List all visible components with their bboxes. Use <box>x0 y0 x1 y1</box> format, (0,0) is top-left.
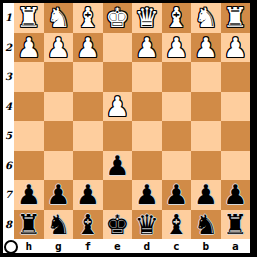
square-h3[interactable] <box>14 62 44 92</box>
square-f7[interactable]: ♟ <box>73 180 103 210</box>
square-g5[interactable] <box>44 121 74 151</box>
square-a5[interactable] <box>221 121 251 151</box>
file-label-e: e <box>103 239 133 253</box>
white-knight[interactable]: ♞ <box>44 3 74 33</box>
file-label-d: d <box>132 239 162 253</box>
square-b8[interactable]: ♞ <box>191 210 221 240</box>
white-rook[interactable]: ♜ <box>221 3 251 33</box>
square-c1[interactable]: ♝ <box>162 3 192 33</box>
square-e5[interactable] <box>103 121 133 151</box>
square-a1[interactable]: ♜ <box>221 3 251 33</box>
black-rook[interactable]: ♜ <box>221 210 251 240</box>
square-d4[interactable] <box>132 92 162 122</box>
white-pawn[interactable]: ♟ <box>221 33 251 63</box>
file-label-a: a <box>221 239 251 253</box>
square-h1[interactable]: ♜ <box>14 3 44 33</box>
black-pawn[interactable]: ♟ <box>103 151 133 181</box>
black-pawn[interactable]: ♟ <box>162 180 192 210</box>
black-pawn[interactable]: ♟ <box>191 180 221 210</box>
square-e3[interactable] <box>103 62 133 92</box>
rank-label-7: 7 <box>3 180 14 210</box>
black-bishop[interactable]: ♝ <box>162 210 192 240</box>
square-g7[interactable]: ♟ <box>44 180 74 210</box>
black-queen[interactable]: ♛ <box>132 210 162 240</box>
square-h5[interactable] <box>14 121 44 151</box>
black-king[interactable]: ♚ <box>103 210 133 240</box>
file-label-h: h <box>14 239 44 253</box>
square-h6[interactable] <box>14 151 44 181</box>
square-e6[interactable]: ♟ <box>103 151 133 181</box>
square-h7[interactable]: ♟ <box>14 180 44 210</box>
white-king[interactable]: ♚ <box>103 3 133 33</box>
square-e8[interactable]: ♚ <box>103 210 133 240</box>
square-b7[interactable]: ♟ <box>191 180 221 210</box>
white-rook[interactable]: ♜ <box>14 3 44 33</box>
black-knight[interactable]: ♞ <box>191 210 221 240</box>
square-f1[interactable]: ♝ <box>73 3 103 33</box>
square-c2[interactable]: ♟ <box>162 33 192 63</box>
square-a6[interactable] <box>221 151 251 181</box>
black-pawn[interactable]: ♟ <box>132 180 162 210</box>
square-c8[interactable]: ♝ <box>162 210 192 240</box>
file-label-c: c <box>162 239 192 253</box>
square-e2[interactable] <box>103 33 133 63</box>
square-g2[interactable]: ♟ <box>44 33 74 63</box>
file-label-f: f <box>73 239 103 253</box>
square-e7[interactable] <box>103 180 133 210</box>
white-queen[interactable]: ♛ <box>132 3 162 33</box>
rank-label-1: 1 <box>3 3 14 33</box>
black-pawn[interactable]: ♟ <box>73 180 103 210</box>
black-pawn[interactable]: ♟ <box>44 180 74 210</box>
rank-label-2: 2 <box>3 33 14 63</box>
square-e4[interactable]: ♟ <box>103 92 133 122</box>
rank-label-8: 8 <box>3 210 14 240</box>
square-c7[interactable]: ♟ <box>162 180 192 210</box>
square-a7[interactable]: ♟ <box>221 180 251 210</box>
square-f3[interactable] <box>73 62 103 92</box>
file-label-b: b <box>191 239 221 253</box>
square-b1[interactable]: ♞ <box>191 3 221 33</box>
square-c3[interactable] <box>162 62 192 92</box>
square-f8[interactable]: ♝ <box>73 210 103 240</box>
square-d2[interactable]: ♟ <box>132 33 162 63</box>
square-f6[interactable] <box>73 151 103 181</box>
square-g4[interactable] <box>44 92 74 122</box>
square-b6[interactable] <box>191 151 221 181</box>
square-c5[interactable] <box>162 121 192 151</box>
white-knight[interactable]: ♞ <box>191 3 221 33</box>
black-pawn[interactable]: ♟ <box>221 180 251 210</box>
square-f4[interactable] <box>73 92 103 122</box>
white-pawn[interactable]: ♟ <box>162 33 192 63</box>
black-bishop[interactable]: ♝ <box>73 210 103 240</box>
square-h2[interactable]: ♟ <box>14 33 44 63</box>
file-labels: hgfedcba <box>14 239 250 253</box>
square-g8[interactable]: ♞ <box>44 210 74 240</box>
square-d5[interactable] <box>132 121 162 151</box>
square-h4[interactable] <box>14 92 44 122</box>
white-bishop[interactable]: ♝ <box>162 3 192 33</box>
square-d6[interactable] <box>132 151 162 181</box>
square-g6[interactable] <box>44 151 74 181</box>
board-area: 12345678 ♜♞♝♚♛♝♞♜♟♟♟♟♟♟♟♟♟♟♟♟♟♟♟♟♜♞♝♚♛♝♞… <box>3 3 250 253</box>
white-pawn[interactable]: ♟ <box>103 92 133 122</box>
file-label-g: g <box>44 239 74 253</box>
black-knight[interactable]: ♞ <box>44 210 74 240</box>
rank-labels: 12345678 <box>3 3 14 239</box>
square-d7[interactable]: ♟ <box>132 180 162 210</box>
white-bishop[interactable]: ♝ <box>73 3 103 33</box>
square-a2[interactable]: ♟ <box>221 33 251 63</box>
white-pawn[interactable]: ♟ <box>191 33 221 63</box>
square-d1[interactable]: ♛ <box>132 3 162 33</box>
rank-label-5: 5 <box>3 121 14 151</box>
square-b3[interactable] <box>191 62 221 92</box>
square-f5[interactable] <box>73 121 103 151</box>
square-d8[interactable]: ♛ <box>132 210 162 240</box>
white-pawn[interactable]: ♟ <box>73 33 103 63</box>
rank-label-3: 3 <box>3 62 14 92</box>
white-pawn[interactable]: ♟ <box>132 33 162 63</box>
square-d3[interactable] <box>132 62 162 92</box>
square-b5[interactable] <box>191 121 221 151</box>
black-pawn[interactable]: ♟ <box>14 180 44 210</box>
square-c4[interactable] <box>162 92 192 122</box>
square-b2[interactable]: ♟ <box>191 33 221 63</box>
rank-label-6: 6 <box>3 151 14 181</box>
board-frame: 12345678 ♜♞♝♚♛♝♞♜♟♟♟♟♟♟♟♟♟♟♟♟♟♟♟♟♜♞♝♚♛♝♞… <box>0 0 257 257</box>
white-pawn[interactable]: ♟ <box>14 33 44 63</box>
chess-board[interactable]: ♜♞♝♚♛♝♞♜♟♟♟♟♟♟♟♟♟♟♟♟♟♟♟♟♜♞♝♚♛♝♞♜ <box>14 3 250 239</box>
square-a8[interactable]: ♜ <box>221 210 251 240</box>
black-rook[interactable]: ♜ <box>14 210 44 240</box>
square-f2[interactable]: ♟ <box>73 33 103 63</box>
white-pawn[interactable]: ♟ <box>44 33 74 63</box>
square-g3[interactable] <box>44 62 74 92</box>
square-e1[interactable]: ♚ <box>103 3 133 33</box>
square-c6[interactable] <box>162 151 192 181</box>
white-to-move-indicator <box>4 240 18 254</box>
square-a4[interactable] <box>221 92 251 122</box>
square-g1[interactable]: ♞ <box>44 3 74 33</box>
square-h8[interactable]: ♜ <box>14 210 44 240</box>
square-b4[interactable] <box>191 92 221 122</box>
square-a3[interactable] <box>221 62 251 92</box>
rank-label-4: 4 <box>3 92 14 122</box>
